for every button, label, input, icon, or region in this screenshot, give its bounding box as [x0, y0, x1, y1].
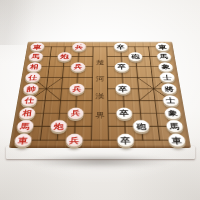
- piece-red-chariot[interactable]: 車: [30, 43, 45, 52]
- piece-red-soldier[interactable]: 兵: [72, 43, 86, 52]
- piece-black-horse[interactable]: 馬: [166, 120, 184, 132]
- piece-character: 馬: [20, 123, 31, 130]
- piece-black-king[interactable]: 將: [161, 84, 178, 94]
- pieces-layer: 車馬相仕帥仕相馬車炮炮兵兵兵兵兵卒卒卒卒卒砲砲車馬象士將士象馬車: [23, 47, 177, 140]
- piece-character: 相: [22, 110, 32, 117]
- piece-character: 炮: [60, 54, 69, 59]
- piece-red-horse[interactable]: 馬: [28, 52, 43, 61]
- piece-character: 士: [166, 97, 176, 103]
- piece-red-soldier[interactable]: 兵: [66, 134, 83, 147]
- piece-character: 象: [168, 110, 178, 117]
- piece-red-soldier[interactable]: 兵: [69, 84, 85, 94]
- piece-character: 卒: [118, 64, 127, 70]
- piece-black-advisor[interactable]: 士: [159, 73, 175, 83]
- piece-black-elephant[interactable]: 象: [158, 62, 174, 71]
- piece-black-chariot[interactable]: 車: [155, 43, 170, 52]
- piece-red-advisor[interactable]: 仕: [25, 73, 41, 83]
- piece-red-chariot[interactable]: 車: [14, 134, 33, 147]
- piece-black-horse[interactable]: 馬: [156, 52, 171, 61]
- piece-character: 相: [30, 64, 39, 70]
- piece-character: 砲: [136, 123, 146, 130]
- piece-character: 車: [18, 136, 29, 144]
- photo-scene: 楚河漢界 車馬相仕帥仕相馬車炮炮兵兵兵兵兵卒卒卒卒卒砲砲車馬象士將士象馬車: [0, 0, 200, 200]
- piece-character: 將: [164, 86, 174, 92]
- piece-character: 炮: [53, 123, 63, 130]
- piece-character: 車: [171, 136, 182, 144]
- piece-character: 兵: [75, 44, 83, 49]
- piece-black-soldier[interactable]: 卒: [115, 62, 130, 71]
- piece-character: 兵: [71, 110, 81, 117]
- piece-character: 仕: [28, 75, 38, 81]
- piece-black-chariot[interactable]: 車: [168, 134, 187, 147]
- piece-red-soldier[interactable]: 兵: [67, 107, 83, 119]
- piece-character: 士: [163, 75, 173, 81]
- piece-red-elephant[interactable]: 相: [18, 107, 36, 119]
- piece-black-cannon[interactable]: 砲: [133, 120, 150, 132]
- piece-black-elephant[interactable]: 象: [164, 107, 182, 119]
- piece-character: 兵: [74, 64, 83, 70]
- piece-character: 卒: [119, 110, 129, 117]
- piece-character: 卒: [118, 86, 127, 92]
- piece-red-cannon[interactable]: 炮: [50, 120, 67, 132]
- piece-character: 兵: [69, 136, 79, 144]
- piece-red-advisor[interactable]: 仕: [21, 95, 38, 106]
- cloth-fold-shadow: [0, 0, 200, 45]
- piece-red-king[interactable]: 帥: [23, 84, 40, 94]
- piece-character: 車: [158, 44, 167, 49]
- piece-black-soldier[interactable]: 卒: [115, 84, 131, 94]
- piece-character: 象: [161, 64, 170, 70]
- piece-black-advisor[interactable]: 士: [162, 95, 179, 106]
- piece-red-soldier[interactable]: 兵: [71, 62, 86, 71]
- xiangqi-board[interactable]: 楚河漢界 車馬相仕帥仕相馬車炮炮兵兵兵兵兵卒卒卒卒卒砲砲車馬象士將士象馬車: [9, 42, 191, 148]
- piece-character: 帥: [26, 86, 36, 92]
- piece-red-elephant[interactable]: 相: [26, 62, 42, 71]
- piece-black-soldier[interactable]: 卒: [114, 43, 128, 52]
- piece-character: 砲: [131, 54, 140, 59]
- piece-character: 兵: [72, 86, 81, 92]
- piece-character: 馬: [31, 54, 40, 59]
- piece-black-soldier[interactable]: 卒: [117, 134, 134, 147]
- piece-character: 馬: [169, 123, 180, 130]
- piece-character: 卒: [117, 44, 125, 49]
- piece-black-soldier[interactable]: 卒: [116, 107, 132, 119]
- piece-black-cannon[interactable]: 砲: [128, 52, 143, 61]
- piece-character: 仕: [24, 97, 34, 103]
- piece-character: 卒: [121, 136, 131, 144]
- piece-red-horse[interactable]: 馬: [16, 120, 34, 132]
- piece-character: 車: [33, 44, 42, 49]
- piece-character: 馬: [160, 54, 169, 59]
- piece-red-cannon[interactable]: 炮: [57, 52, 72, 61]
